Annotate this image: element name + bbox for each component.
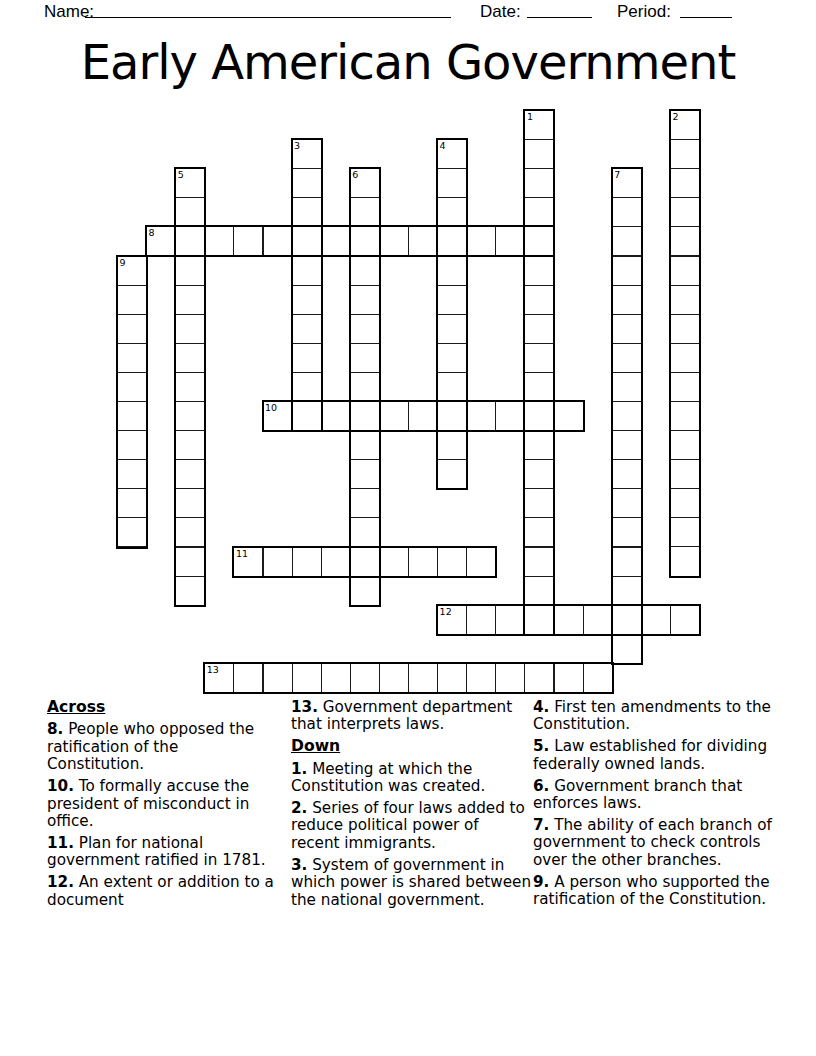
grid-cell[interactable] (437, 314, 467, 344)
grid-cell[interactable] (175, 314, 205, 344)
clue-number-label: 9. (533, 873, 549, 891)
grid-cell[interactable] (670, 401, 700, 431)
grid-cell[interactable] (524, 139, 554, 169)
grid-cell[interactable] (670, 605, 700, 635)
grid-cell[interactable] (408, 226, 438, 256)
grid-cell[interactable] (612, 343, 642, 373)
grid-cell[interactable] (524, 605, 554, 635)
cell-number-2: 2 (672, 112, 678, 122)
grid-cell[interactable] (292, 285, 322, 315)
grid-cell[interactable] (524, 488, 554, 518)
clue-number-label: 5. (533, 737, 549, 755)
clue-across-12: 12. An extent or addition to a document (47, 874, 279, 909)
clue-across-11: 11. Plan for national government ratifie… (47, 835, 279, 870)
grid-cell[interactable] (583, 663, 613, 693)
grid-cell[interactable] (117, 285, 147, 315)
grid-cell[interactable] (408, 547, 438, 577)
grid-cell[interactable] (554, 401, 584, 431)
clue-down-1: 1. Meeting at which the Constitution was… (291, 761, 532, 796)
grid-cell[interactable] (524, 343, 554, 373)
grid-cell[interactable] (379, 226, 409, 256)
grid-cell[interactable] (263, 547, 293, 577)
grid-cell[interactable] (437, 343, 467, 373)
clue-number-label: 11. (47, 834, 74, 852)
grid-cell[interactable] (612, 547, 642, 577)
grid-cell[interactable] (117, 459, 147, 489)
grid-cell[interactable] (554, 605, 584, 635)
clue-down-2: 2. Series of four laws added to reduce p… (291, 800, 532, 852)
grid-cell[interactable] (408, 663, 438, 693)
grid-cell[interactable] (524, 226, 554, 256)
down-heading: Down (291, 738, 532, 755)
grid-cell[interactable] (292, 314, 322, 344)
grid-cell[interactable] (321, 663, 351, 693)
grid-cell[interactable] (117, 343, 147, 373)
grid-cell[interactable] (292, 343, 322, 373)
grid-cell[interactable] (612, 372, 642, 402)
grid-cell[interactable] (495, 401, 525, 431)
grid-cell[interactable] (524, 401, 554, 431)
grid-cell[interactable] (350, 343, 380, 373)
clue-down-5: 5. Law established for dividing federall… (533, 738, 780, 773)
grid-cell[interactable] (524, 576, 554, 606)
grid-cell[interactable] (524, 517, 554, 547)
grid-cell[interactable] (612, 459, 642, 489)
grid-cell[interactable] (292, 401, 322, 431)
grid-cell[interactable] (524, 168, 554, 198)
grid-cell[interactable] (670, 256, 700, 286)
grid-cell[interactable] (117, 372, 147, 402)
grid-cell[interactable] (321, 547, 351, 577)
crossword-grid: 12345678910111213 (0, 0, 816, 700)
grid-cell[interactable] (292, 256, 322, 286)
clue-across-13: 13. Government department that interpret… (291, 699, 532, 734)
clue-number-label: 10. (47, 777, 74, 795)
grid-cell[interactable] (670, 459, 700, 489)
cell-number-4: 4 (440, 141, 446, 151)
grid-cell[interactable] (670, 168, 700, 198)
grid-cell[interactable] (466, 663, 496, 693)
clue-column-left: Across8. People who opposed the ratifica… (47, 699, 279, 913)
grid-cell[interactable] (379, 663, 409, 693)
grid-cell[interactable] (670, 285, 700, 315)
grid-cell[interactable] (233, 226, 263, 256)
grid-cell[interactable] (524, 547, 554, 577)
grid-cell[interactable] (321, 401, 351, 431)
clue-across-10: 10. To formally accuse the president of … (47, 778, 279, 830)
grid-cell[interactable] (612, 430, 642, 460)
grid-cell[interactable] (670, 488, 700, 518)
grid-cell[interactable] (175, 459, 205, 489)
grid-cell[interactable] (524, 285, 554, 315)
grid-cell[interactable] (350, 197, 380, 227)
grid-cell[interactable] (175, 547, 205, 577)
clue-number-label: 13. (291, 698, 318, 716)
cell-number-13: 13 (207, 665, 219, 675)
clue-column-middle: 13. Government department that interpret… (291, 699, 532, 913)
cell-number-1: 1 (527, 112, 533, 122)
grid-cell[interactable] (263, 663, 293, 693)
clue-number-label: 6. (533, 777, 549, 795)
clue-number-label: 2. (291, 799, 307, 817)
cell-number-12: 12 (440, 607, 452, 617)
cell-number-11: 11 (236, 549, 248, 559)
grid-cell[interactable] (466, 226, 496, 256)
grid-cell[interactable] (437, 197, 467, 227)
grid-cell[interactable] (612, 488, 642, 518)
grid-cell[interactable] (524, 256, 554, 286)
grid-cell[interactable] (175, 488, 205, 518)
grid-cell[interactable] (175, 343, 205, 373)
grid-cell[interactable] (350, 663, 380, 693)
grid-cell[interactable] (524, 663, 554, 693)
grid-cell[interactable] (612, 517, 642, 547)
grid-cell[interactable] (117, 314, 147, 344)
grid-cell[interactable] (466, 605, 496, 635)
grid-cell[interactable] (292, 547, 322, 577)
grid-cell[interactable] (524, 430, 554, 460)
grid-cell[interactable] (670, 372, 700, 402)
grid-cell[interactable] (612, 605, 642, 635)
grid-cell[interactable] (350, 488, 380, 518)
cell-number-8: 8 (149, 228, 155, 238)
grid-cell[interactable] (524, 372, 554, 402)
grid-cell[interactable] (612, 285, 642, 315)
clue-number-label: 3. (291, 856, 307, 874)
grid-cell[interactable] (292, 372, 322, 402)
grid-cell[interactable] (292, 663, 322, 693)
grid-cell[interactable] (175, 256, 205, 286)
grid-cell[interactable] (292, 197, 322, 227)
grid-cell[interactable] (292, 226, 322, 256)
grid-cell[interactable] (670, 197, 700, 227)
grid-cell[interactable] (437, 256, 467, 286)
grid-cell[interactable] (437, 663, 467, 693)
grid-cell[interactable] (175, 372, 205, 402)
clue-number-label: 7. (533, 816, 549, 834)
grid-cell[interactable] (175, 430, 205, 460)
clue-down-4: 4. First ten amendments to the Constitut… (533, 699, 780, 734)
grid-cell[interactable] (612, 634, 642, 664)
grid-cell[interactable] (350, 372, 380, 402)
grid-cell[interactable] (117, 401, 147, 431)
grid-cell[interactable] (175, 401, 205, 431)
cell-number-7: 7 (614, 170, 620, 180)
grid-cell[interactable] (495, 663, 525, 693)
grid-cell[interactable] (670, 226, 700, 256)
clue-column-right: 4. First ten amendments to the Constitut… (533, 699, 780, 913)
grid-cell[interactable] (524, 459, 554, 489)
grid-cell[interactable] (466, 547, 496, 577)
clue-number-label: 8. (47, 720, 63, 738)
crossword-worksheet: { "header": { "name_label": "Name:", "da… (0, 0, 816, 1056)
grid-cell[interactable] (466, 401, 496, 431)
cell-number-3: 3 (294, 141, 300, 151)
grid-cell[interactable] (175, 285, 205, 315)
grid-cell[interactable] (612, 576, 642, 606)
grid-cell[interactable] (437, 430, 467, 460)
grid-cell[interactable] (321, 226, 351, 256)
clue-number-label: 1. (291, 760, 307, 778)
grid-cell[interactable] (350, 459, 380, 489)
grid-cell[interactable] (175, 576, 205, 606)
grid-cell[interactable] (670, 517, 700, 547)
grid-cell[interactable] (612, 401, 642, 431)
grid-cell[interactable] (524, 197, 554, 227)
grid-cell[interactable] (612, 314, 642, 344)
grid-cell[interactable] (437, 168, 467, 198)
grid-cell[interactable] (350, 256, 380, 286)
cell-number-5: 5 (178, 170, 184, 180)
grid-cell[interactable] (495, 605, 525, 635)
across-heading: Across (47, 699, 279, 716)
grid-cell[interactable] (437, 285, 467, 315)
grid-cell[interactable] (495, 226, 525, 256)
cell-number-9: 9 (120, 258, 126, 268)
grid-cell[interactable] (612, 226, 642, 256)
clue-across-8: 8. People who opposed the ratification o… (47, 721, 279, 773)
grid-cell[interactable] (437, 459, 467, 489)
cell-number-10: 10 (265, 403, 277, 413)
grid-cell[interactable] (350, 430, 380, 460)
grid-cell[interactable] (670, 343, 700, 373)
grid-cell[interactable] (350, 401, 380, 431)
grid-cell[interactable] (408, 401, 438, 431)
clue-number-label: 4. (533, 698, 549, 716)
clue-number-label: 12. (47, 873, 74, 891)
grid-cell[interactable] (350, 517, 380, 547)
clue-down-3: 3. System of government in which power i… (291, 857, 532, 909)
grid-cell[interactable] (350, 226, 380, 256)
grid-cell[interactable] (379, 547, 409, 577)
grid-cell[interactable] (524, 314, 554, 344)
grid-cell[interactable] (437, 547, 467, 577)
grid-cell[interactable] (583, 605, 613, 635)
grid-cell[interactable] (263, 226, 293, 256)
grid-cell[interactable] (117, 430, 147, 460)
grid-cell[interactable] (204, 226, 234, 256)
grid-cell[interactable] (379, 401, 409, 431)
grid-cell[interactable] (350, 576, 380, 606)
grid-cell[interactable] (175, 517, 205, 547)
grid-cell[interactable] (233, 663, 263, 693)
grid-cell[interactable] (175, 197, 205, 227)
grid-cell[interactable] (612, 197, 642, 227)
grid-cell[interactable] (175, 226, 205, 256)
grid-cell[interactable] (117, 517, 147, 547)
grid-cell[interactable] (554, 663, 584, 693)
clue-down-9: 9. A person who supported the ratificati… (533, 874, 780, 909)
grid-cell[interactable] (670, 314, 700, 344)
grid-cell[interactable] (437, 401, 467, 431)
grid-cell[interactable] (292, 168, 322, 198)
grid-cell[interactable] (437, 372, 467, 402)
grid-cell[interactable] (641, 605, 671, 635)
grid-cell[interactable] (350, 547, 380, 577)
grid-cell[interactable] (612, 256, 642, 286)
grid-cell[interactable] (350, 314, 380, 344)
grid-cell[interactable] (350, 285, 380, 315)
grid-cell[interactable] (670, 430, 700, 460)
grid-cell[interactable] (670, 139, 700, 169)
grid-cell[interactable] (117, 488, 147, 518)
grid-cell[interactable] (437, 226, 467, 256)
clue-down-7: 7. The ability of each branch of governm… (533, 817, 780, 869)
clue-down-6: 6. Government branch that enforces laws. (533, 778, 780, 813)
cell-number-6: 6 (352, 170, 358, 180)
